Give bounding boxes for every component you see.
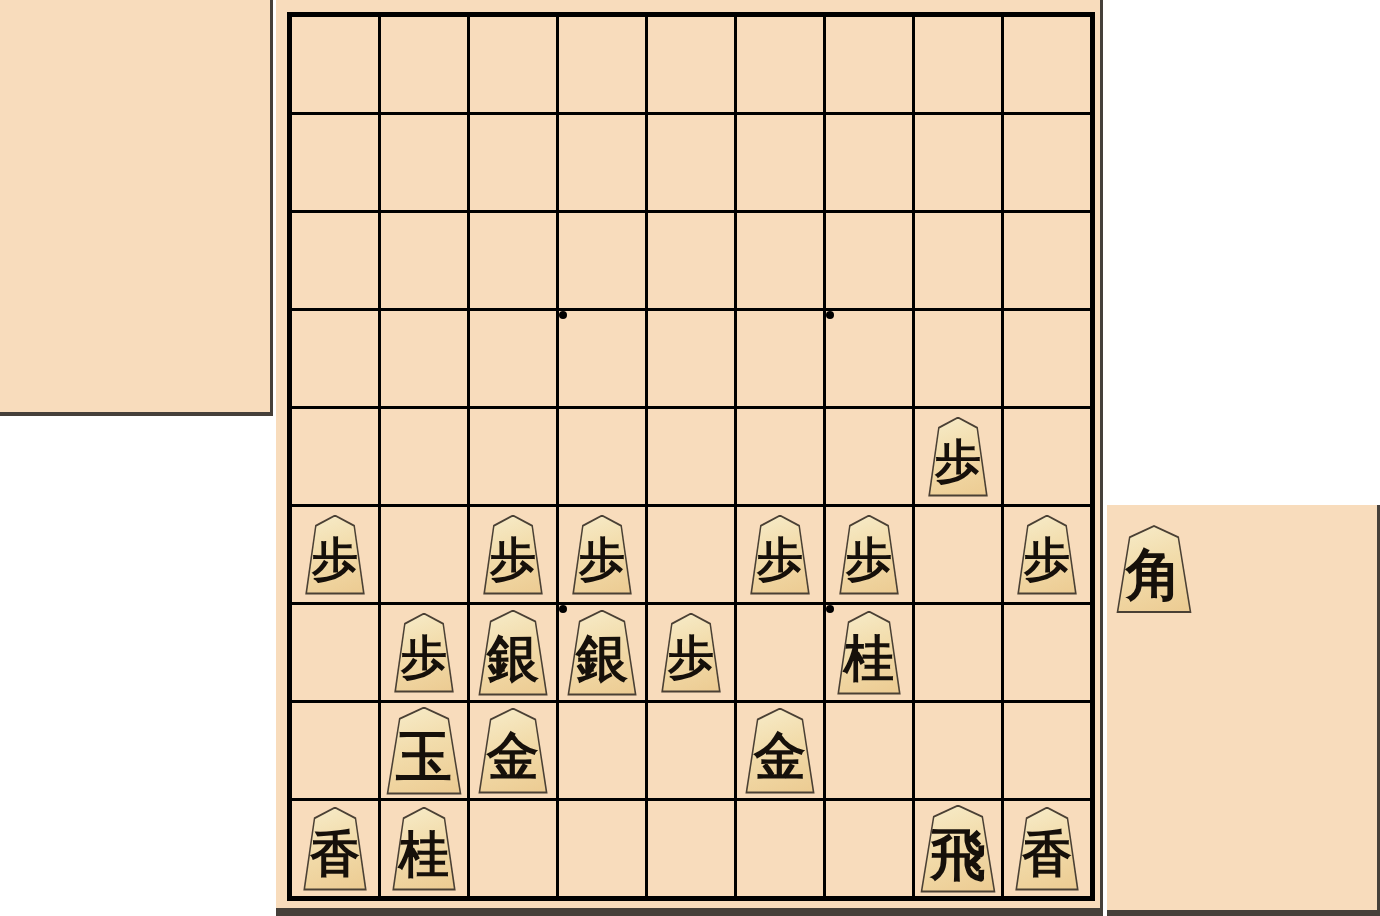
board-cell[interactable]	[648, 115, 734, 210]
board-cell[interactable]: 歩	[381, 605, 467, 700]
board-cell[interactable]	[292, 115, 378, 210]
board-cell[interactable]: 桂	[826, 605, 912, 700]
star-point	[559, 605, 567, 613]
board-cell[interactable]	[292, 703, 378, 798]
shogi-piece-silver[interactable]: 銀	[566, 610, 638, 696]
board-cell[interactable]	[559, 17, 645, 112]
board-cell[interactable]	[826, 409, 912, 504]
piece-kanji: 歩	[1024, 536, 1070, 582]
board-cell[interactable]	[381, 409, 467, 504]
board-cell[interactable]: 歩	[559, 507, 645, 602]
shogi-piece-pawn[interactable]: 歩	[838, 515, 900, 595]
piece-kanji: 銀	[487, 631, 539, 683]
board-cell[interactable]	[737, 801, 823, 896]
board-cell[interactable]	[826, 801, 912, 896]
board-cell[interactable]	[470, 311, 556, 406]
shogi-piece-silver[interactable]: 銀	[477, 610, 549, 696]
board-cell[interactable]	[915, 507, 1001, 602]
board-cell[interactable]	[1004, 409, 1090, 504]
board-cell[interactable]	[470, 801, 556, 896]
board-cell[interactable]	[826, 703, 912, 798]
board-cell[interactable]	[1004, 311, 1090, 406]
board-cell[interactable]: 歩	[737, 507, 823, 602]
shogi-piece-pawn[interactable]: 歩	[927, 417, 989, 497]
board-cell[interactable]	[381, 311, 467, 406]
piece-face: 飛	[921, 807, 995, 891]
board-cell[interactable]: 香	[292, 801, 378, 896]
star-point	[559, 311, 567, 319]
piece-kanji: 歩	[490, 536, 536, 582]
board-cell[interactable]	[292, 605, 378, 700]
board-cell[interactable]	[381, 507, 467, 602]
piece-kanji: 歩	[935, 438, 981, 484]
board-cell[interactable]	[648, 703, 734, 798]
piece-face: 香	[1016, 809, 1078, 889]
piece-face: 玉	[387, 709, 461, 793]
piece-face: 金	[479, 710, 547, 792]
board-cell[interactable]	[915, 17, 1001, 112]
piece-kanji: 歩	[757, 536, 803, 582]
board-cell[interactable]	[737, 213, 823, 308]
shogi-piece-pawn[interactable]: 歩	[482, 515, 544, 595]
shogi-piece-bishop[interactable]: 角	[1115, 525, 1193, 613]
piece-kanji: 桂	[399, 828, 449, 878]
board-cell[interactable]	[737, 17, 823, 112]
captured-pieces-tray-sente[interactable]: 角	[1107, 505, 1380, 916]
board-cell[interactable]	[826, 311, 912, 406]
shogi-piece-knight[interactable]: 桂	[391, 807, 457, 891]
shogi-piece-pawn[interactable]: 歩	[749, 515, 811, 595]
board-cell[interactable]	[737, 605, 823, 700]
board-cell[interactable]	[648, 213, 734, 308]
piece-face: 桂	[393, 809, 455, 889]
board-cell[interactable]	[292, 17, 378, 112]
board-cell[interactable]	[737, 409, 823, 504]
piece-face: 角	[1117, 527, 1191, 611]
shogi-piece-gold[interactable]: 金	[744, 708, 816, 794]
shogi-piece-lance[interactable]: 香	[1014, 807, 1080, 891]
piece-kanji: 歩	[579, 536, 625, 582]
board-cell[interactable]	[648, 801, 734, 896]
board-cell[interactable]	[915, 115, 1001, 210]
piece-kanji: 香	[310, 828, 360, 878]
board-cell[interactable]	[470, 115, 556, 210]
piece-face: 歩	[395, 615, 453, 691]
piece-kanji: 角	[1126, 546, 1182, 602]
shogi-piece-lance[interactable]: 香	[302, 807, 368, 891]
board-cell[interactable]	[648, 311, 734, 406]
captured-pieces-tray-gote[interactable]	[0, 0, 273, 416]
board-cell[interactable]: 金	[737, 703, 823, 798]
piece-kanji: 歩	[668, 634, 714, 680]
board-cell[interactable]: 桂	[381, 801, 467, 896]
board-cell[interactable]: 歩	[1004, 507, 1090, 602]
piece-face: 桂	[838, 613, 900, 693]
piece-face: 金	[746, 710, 814, 792]
piece-face: 歩	[929, 419, 987, 495]
board-cell[interactable]: 歩	[292, 507, 378, 602]
piece-face: 香	[304, 809, 366, 889]
board-cell[interactable]	[915, 703, 1001, 798]
piece-kanji: 歩	[312, 536, 358, 582]
board-cell[interactable]	[1004, 17, 1090, 112]
board-cell[interactable]	[470, 17, 556, 112]
piece-kanji: 飛	[930, 826, 986, 882]
piece-kanji: 玉	[396, 728, 452, 784]
shogi-piece-gold[interactable]: 金	[477, 708, 549, 794]
board-cell[interactable]	[737, 311, 823, 406]
board-cell[interactable]	[559, 115, 645, 210]
board-cell[interactable]	[648, 17, 734, 112]
board-cell[interactable]	[470, 409, 556, 504]
piece-face: 歩	[662, 615, 720, 691]
board-cell[interactable]	[292, 409, 378, 504]
board-cell[interactable]: 歩	[648, 605, 734, 700]
board-cell[interactable]	[915, 311, 1001, 406]
board-cell[interactable]	[470, 213, 556, 308]
board-cell[interactable]	[292, 311, 378, 406]
board-cell[interactable]	[559, 311, 645, 406]
piece-face: 歩	[573, 517, 631, 593]
board-cell[interactable]	[381, 17, 467, 112]
board-cell[interactable]	[915, 213, 1001, 308]
piece-kanji: 桂	[844, 632, 894, 682]
piece-face: 歩	[751, 517, 809, 593]
board-cell[interactable]: 金	[470, 703, 556, 798]
board-cell[interactable]	[1004, 115, 1090, 210]
piece-face: 銀	[568, 612, 636, 694]
board-cell[interactable]	[648, 409, 734, 504]
piece-kanji: 歩	[401, 634, 447, 680]
board-cell[interactable]: 玉	[381, 703, 467, 798]
piece-kanji: 香	[1022, 828, 1072, 878]
board-cell[interactable]	[826, 213, 912, 308]
piece-face: 歩	[840, 517, 898, 593]
shogi-piece-king[interactable]: 玉	[385, 707, 463, 795]
board-cell[interactable]	[826, 115, 912, 210]
shogi-board-grid: 歩歩歩歩歩歩歩歩銀銀歩桂玉金金香桂飛香	[287, 12, 1095, 901]
shogi-piece-pawn[interactable]: 歩	[304, 515, 366, 595]
board-cell[interactable]	[648, 507, 734, 602]
shogi-piece-pawn[interactable]: 歩	[1016, 515, 1078, 595]
shogi-piece-pawn[interactable]: 歩	[393, 613, 455, 693]
board-cell[interactable]	[1004, 213, 1090, 308]
piece-kanji: 歩	[846, 536, 892, 582]
board-cell[interactable]: 歩	[470, 507, 556, 602]
board-cell[interactable]: 飛	[915, 801, 1001, 896]
star-point	[826, 311, 834, 319]
shogi-piece-rook[interactable]: 飛	[919, 805, 997, 893]
piece-face: 銀	[479, 612, 547, 694]
board-cell[interactable]	[826, 17, 912, 112]
board-cell[interactable]	[559, 801, 645, 896]
shogi-piece-pawn[interactable]: 歩	[660, 613, 722, 693]
piece-face: 歩	[1018, 517, 1076, 593]
board-cell[interactable]: 歩	[826, 507, 912, 602]
board-cell[interactable]	[1004, 703, 1090, 798]
board-cell[interactable]	[381, 213, 467, 308]
piece-kanji: 金	[487, 729, 539, 781]
board-cell[interactable]: 香	[1004, 801, 1090, 896]
board-cell[interactable]: 銀	[470, 605, 556, 700]
piece-kanji: 銀	[576, 631, 628, 683]
piece-face: 歩	[484, 517, 542, 593]
piece-kanji: 金	[754, 729, 806, 781]
board-cell[interactable]	[292, 213, 378, 308]
board-cell[interactable]: 銀	[559, 605, 645, 700]
board-cell[interactable]	[559, 703, 645, 798]
board-cell[interactable]	[915, 605, 1001, 700]
shogi-board-panel: 歩歩歩歩歩歩歩歩銀銀歩桂玉金金香桂飛香	[276, 0, 1103, 916]
shogi-piece-knight[interactable]: 桂	[836, 611, 902, 695]
board-cell[interactable]	[381, 115, 467, 210]
board-cell[interactable]	[559, 409, 645, 504]
shogi-piece-pawn[interactable]: 歩	[571, 515, 633, 595]
board-cell[interactable]	[1004, 605, 1090, 700]
board-cell[interactable]	[559, 213, 645, 308]
star-point	[826, 605, 834, 613]
board-cell[interactable]: 歩	[915, 409, 1001, 504]
board-cell[interactable]	[737, 115, 823, 210]
piece-face: 歩	[306, 517, 364, 593]
